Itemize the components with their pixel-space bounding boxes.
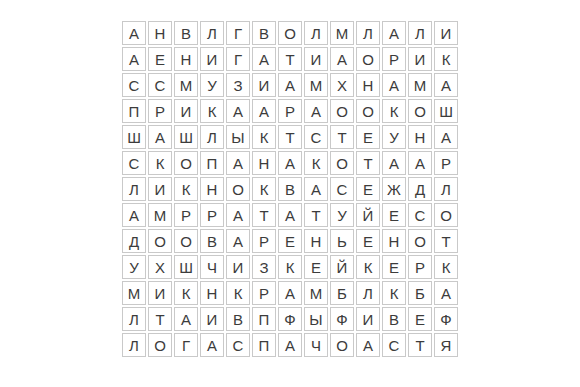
grid-cell[interactable]: Т: [278, 125, 302, 149]
grid-cell[interactable]: Н: [356, 73, 380, 97]
grid-cell[interactable]: К: [174, 177, 198, 201]
grid-cell[interactable]: П: [252, 333, 276, 357]
grid-cell[interactable]: Л: [408, 21, 432, 45]
grid-cell[interactable]: У: [330, 203, 354, 227]
grid-cell[interactable]: У: [122, 255, 146, 279]
grid-cell[interactable]: Р: [278, 99, 302, 123]
grid-cell[interactable]: А: [330, 47, 354, 71]
grid-cell[interactable]: Г: [226, 47, 250, 71]
grid-cell[interactable]: Й: [356, 203, 380, 227]
grid-cell[interactable]: А: [278, 203, 302, 227]
grid-cell[interactable]: Н: [252, 151, 276, 175]
grid-cell[interactable]: Г: [174, 333, 198, 357]
grid-cell[interactable]: К: [226, 281, 250, 305]
grid-cell[interactable]: А: [226, 151, 250, 175]
grid-cell[interactable]: Т: [356, 151, 380, 175]
grid-cell[interactable]: А: [278, 281, 302, 305]
grid-cell[interactable]: О: [330, 151, 354, 175]
grid-cell[interactable]: А: [226, 99, 250, 123]
grid-cell[interactable]: Ы: [304, 307, 328, 331]
grid-cell[interactable]: Е: [382, 203, 406, 227]
grid-cell[interactable]: П: [122, 99, 146, 123]
grid-cell[interactable]: К: [252, 125, 276, 149]
grid-cell[interactable]: Е: [408, 307, 432, 331]
grid-cell[interactable]: И: [252, 73, 276, 97]
grid-cell[interactable]: Т: [408, 333, 432, 357]
grid-cell[interactable]: К: [252, 177, 276, 201]
grid-cell[interactable]: М: [304, 281, 328, 305]
grid-cell[interactable]: К: [356, 255, 380, 279]
grid-cell[interactable]: К: [304, 151, 328, 175]
grid-cell[interactable]: Л: [122, 307, 146, 331]
grid-cell[interactable]: Е: [356, 229, 380, 253]
grid-cell[interactable]: А: [304, 99, 328, 123]
grid-cell[interactable]: К: [382, 281, 406, 305]
grid-cell[interactable]: Г: [226, 21, 250, 45]
grid-cell[interactable]: В: [226, 307, 250, 331]
grid-cell[interactable]: Л: [122, 333, 146, 357]
grid-cell[interactable]: Р: [434, 151, 458, 175]
grid-cell[interactable]: А: [122, 203, 146, 227]
grid-cell[interactable]: И: [148, 281, 172, 305]
grid-cell[interactable]: З: [252, 255, 276, 279]
grid-cell[interactable]: Р: [408, 255, 432, 279]
grid-cell[interactable]: О: [174, 229, 198, 253]
grid-cell[interactable]: Т: [330, 125, 354, 149]
grid-cell[interactable]: Р: [174, 203, 198, 227]
grid-cell[interactable]: И: [200, 47, 224, 71]
grid-cell[interactable]: А: [226, 229, 250, 253]
grid-cell[interactable]: О: [356, 47, 380, 71]
grid-cell[interactable]: С: [382, 333, 406, 357]
grid-cell[interactable]: К: [434, 47, 458, 71]
grid-cell[interactable]: И: [408, 47, 432, 71]
grid-cell[interactable]: В: [174, 21, 198, 45]
grid-cell[interactable]: Ч: [304, 333, 328, 357]
grid-cell[interactable]: У: [200, 73, 224, 97]
grid-cell[interactable]: Е: [356, 177, 380, 201]
grid-cell[interactable]: И: [148, 177, 172, 201]
grid-cell[interactable]: А: [148, 125, 172, 149]
grid-cell[interactable]: М: [408, 73, 432, 97]
grid-cell[interactable]: П: [252, 307, 276, 331]
grid-cell[interactable]: И: [304, 47, 328, 71]
grid-cell[interactable]: Ш: [434, 99, 458, 123]
grid-cell[interactable]: Р: [200, 203, 224, 227]
grid-cell[interactable]: Л: [200, 21, 224, 45]
grid-cell[interactable]: М: [304, 73, 328, 97]
grid-cell[interactable]: Й: [330, 255, 354, 279]
grid-cell[interactable]: Ж: [382, 177, 406, 201]
grid-cell[interactable]: С: [148, 73, 172, 97]
grid-cell[interactable]: М: [174, 73, 198, 97]
grid-cell[interactable]: Р: [252, 229, 276, 253]
grid-cell[interactable]: Л: [356, 21, 380, 45]
grid-cell[interactable]: О: [356, 99, 380, 123]
grid-cell[interactable]: Ш: [174, 255, 198, 279]
grid-cell[interactable]: Т: [304, 203, 328, 227]
grid-cell[interactable]: А: [434, 281, 458, 305]
grid-cell[interactable]: К: [434, 255, 458, 279]
grid-cell[interactable]: Л: [304, 21, 328, 45]
grid-cell[interactable]: А: [252, 99, 276, 123]
grid-cell[interactable]: Д: [408, 177, 432, 201]
grid-cell[interactable]: А: [382, 151, 406, 175]
grid-cell[interactable]: И: [356, 307, 380, 331]
grid-cell[interactable]: А: [278, 73, 302, 97]
grid-cell[interactable]: Т: [148, 307, 172, 331]
grid-cell[interactable]: А: [382, 73, 406, 97]
grid-cell[interactable]: А: [356, 333, 380, 357]
grid-cell[interactable]: О: [408, 229, 432, 253]
grid-cell[interactable]: А: [278, 333, 302, 357]
grid-cell[interactable]: О: [408, 99, 432, 123]
grid-cell[interactable]: В: [278, 177, 302, 201]
grid-cell[interactable]: Т: [434, 229, 458, 253]
grid-cell[interactable]: О: [330, 99, 354, 123]
grid-cell[interactable]: П: [200, 151, 224, 175]
grid-cell[interactable]: Н: [382, 229, 406, 253]
grid-cell[interactable]: Р: [148, 99, 172, 123]
grid-cell[interactable]: Н: [200, 177, 224, 201]
grid-cell[interactable]: Н: [200, 281, 224, 305]
grid-cell[interactable]: Е: [382, 255, 406, 279]
grid-cell[interactable]: Н: [174, 47, 198, 71]
grid-cell[interactable]: А: [382, 21, 406, 45]
grid-cell[interactable]: С: [330, 177, 354, 201]
grid-cell[interactable]: Е: [356, 125, 380, 149]
grid-cell[interactable]: М: [330, 21, 354, 45]
grid-cell[interactable]: А: [226, 203, 250, 227]
grid-cell[interactable]: О: [330, 333, 354, 357]
grid-cell[interactable]: И: [174, 99, 198, 123]
grid-cell[interactable]: С: [122, 151, 146, 175]
grid-cell[interactable]: О: [434, 203, 458, 227]
grid-cell[interactable]: Т: [252, 203, 276, 227]
grid-cell[interactable]: Б: [330, 281, 354, 305]
grid-cell[interactable]: Н: [304, 229, 328, 253]
grid-cell[interactable]: К: [382, 99, 406, 123]
grid-cell[interactable]: О: [148, 333, 172, 357]
grid-cell[interactable]: И: [434, 21, 458, 45]
grid-cell[interactable]: А: [174, 307, 198, 331]
grid-cell[interactable]: К: [200, 99, 224, 123]
grid-cell[interactable]: К: [174, 281, 198, 305]
grid-cell[interactable]: И: [226, 255, 250, 279]
grid-cell[interactable]: Ь: [330, 229, 354, 253]
grid-cell[interactable]: Л: [122, 177, 146, 201]
grid-cell[interactable]: А: [434, 73, 458, 97]
grid-cell[interactable]: К: [278, 255, 302, 279]
grid-cell[interactable]: Х: [330, 73, 354, 97]
grid-cell[interactable]: О: [278, 21, 302, 45]
grid-cell[interactable]: Р: [382, 47, 406, 71]
grid-cell[interactable]: Б: [408, 281, 432, 305]
grid-cell[interactable]: А: [252, 47, 276, 71]
grid-cell[interactable]: Ы: [226, 125, 250, 149]
grid-cell[interactable]: Ш: [122, 125, 146, 149]
grid-cell[interactable]: Е: [148, 47, 172, 71]
grid-cell[interactable]: А: [278, 151, 302, 175]
grid-cell[interactable]: В: [200, 229, 224, 253]
grid-cell[interactable]: Р: [252, 281, 276, 305]
grid-cell[interactable]: Е: [278, 229, 302, 253]
grid-cell[interactable]: А: [408, 151, 432, 175]
grid-cell[interactable]: Ф: [278, 307, 302, 331]
grid-cell[interactable]: А: [434, 125, 458, 149]
grid-cell[interactable]: В: [382, 307, 406, 331]
grid-cell[interactable]: Л: [434, 177, 458, 201]
grid-cell[interactable]: Л: [200, 125, 224, 149]
word-search-grid: АНВЛГВОЛМЛАЛИАЕНИГАТИАОРИКССМУЗИАМХНАМАП…: [122, 21, 458, 357]
grid-cell[interactable]: О: [148, 229, 172, 253]
grid-cell[interactable]: А: [122, 47, 146, 71]
grid-cell[interactable]: С: [226, 333, 250, 357]
grid-cell[interactable]: В: [252, 21, 276, 45]
grid-cell[interactable]: Ш: [174, 125, 198, 149]
grid-cell[interactable]: А: [200, 333, 224, 357]
grid-cell[interactable]: С: [304, 125, 328, 149]
grid-cell[interactable]: О: [226, 177, 250, 201]
grid-cell[interactable]: Ф: [330, 307, 354, 331]
grid-cell[interactable]: Ф: [434, 307, 458, 331]
grid-cell[interactable]: С: [122, 73, 146, 97]
grid-cell[interactable]: Х: [148, 255, 172, 279]
grid-cell[interactable]: Н: [148, 21, 172, 45]
grid-cell[interactable]: А: [122, 21, 146, 45]
grid-cell[interactable]: Д: [122, 229, 146, 253]
grid-cell[interactable]: С: [408, 203, 432, 227]
grid-cell[interactable]: Т: [278, 47, 302, 71]
grid-cell[interactable]: Л: [356, 281, 380, 305]
grid-cell[interactable]: М: [122, 281, 146, 305]
grid-cell[interactable]: И: [200, 307, 224, 331]
grid-cell[interactable]: З: [226, 73, 250, 97]
grid-cell[interactable]: Н: [408, 125, 432, 149]
grid-cell[interactable]: К: [148, 151, 172, 175]
grid-cell[interactable]: Я: [434, 333, 458, 357]
grid-cell[interactable]: У: [382, 125, 406, 149]
grid-cell[interactable]: О: [174, 151, 198, 175]
word-search-page: АНВЛГВОЛМЛАЛИАЕНИГАТИАОРИКССМУЗИАМХНАМАП…: [0, 0, 580, 387]
grid-cell[interactable]: А: [304, 177, 328, 201]
grid-cell[interactable]: Е: [304, 255, 328, 279]
grid-cell[interactable]: Ч: [200, 255, 224, 279]
grid-cell[interactable]: М: [148, 203, 172, 227]
